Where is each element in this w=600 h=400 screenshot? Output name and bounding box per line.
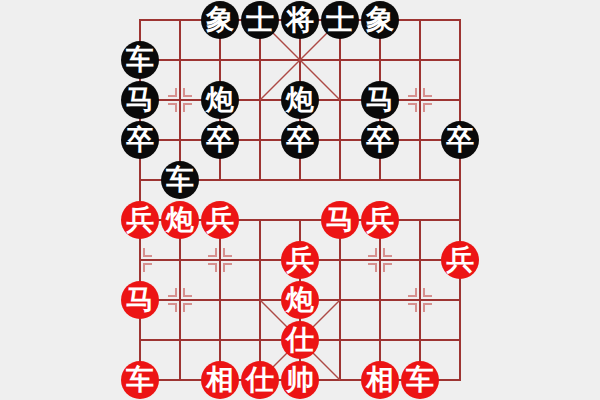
- piece-black-advisor[interactable]: 士: [321, 1, 359, 39]
- piece-red-elephant[interactable]: 相: [361, 361, 399, 399]
- piece-black-advisor[interactable]: 士: [241, 1, 279, 39]
- piece-red-soldier[interactable]: 兵: [121, 201, 159, 239]
- piece-black-general[interactable]: 将: [281, 1, 319, 39]
- piece-black-cannon[interactable]: 炮: [201, 81, 239, 119]
- piece-red-elephant[interactable]: 相: [201, 361, 239, 399]
- piece-red-horse[interactable]: 马: [321, 201, 359, 239]
- piece-red-cannon[interactable]: 炮: [161, 201, 199, 239]
- piece-red-cannon[interactable]: 炮: [281, 281, 319, 319]
- xiangqi-app: 象士将士象车马炮炮马卒卒卒卒卒车兵炮兵马兵兵兵马炮仕车相仕帅相车: [0, 0, 600, 400]
- piece-black-elephant[interactable]: 象: [361, 1, 399, 39]
- piece-black-soldier[interactable]: 卒: [201, 121, 239, 159]
- piece-red-general[interactable]: 帅: [281, 361, 319, 399]
- piece-black-horse[interactable]: 马: [121, 81, 159, 119]
- piece-black-chariot[interactable]: 车: [121, 41, 159, 79]
- piece-black-soldier[interactable]: 卒: [441, 121, 479, 159]
- piece-red-soldier[interactable]: 兵: [201, 201, 239, 239]
- piece-red-soldier[interactable]: 兵: [281, 241, 319, 279]
- piece-black-soldier[interactable]: 卒: [281, 121, 319, 159]
- piece-red-soldier[interactable]: 兵: [441, 241, 479, 279]
- piece-red-advisor[interactable]: 仕: [281, 321, 319, 359]
- piece-black-chariot[interactable]: 车: [161, 161, 199, 199]
- piece-black-soldier[interactable]: 卒: [361, 121, 399, 159]
- xiangqi-board[interactable]: 象士将士象车马炮炮马卒卒卒卒卒车兵炮兵马兵兵兵马炮仕车相仕帅相车: [0, 0, 600, 400]
- piece-red-soldier[interactable]: 兵: [361, 201, 399, 239]
- piece-red-chariot[interactable]: 车: [401, 361, 439, 399]
- piece-red-horse[interactable]: 马: [121, 281, 159, 319]
- piece-black-soldier[interactable]: 卒: [121, 121, 159, 159]
- piece-black-horse[interactable]: 马: [361, 81, 399, 119]
- piece-red-chariot[interactable]: 车: [121, 361, 159, 399]
- piece-black-cannon[interactable]: 炮: [281, 81, 319, 119]
- piece-red-advisor[interactable]: 仕: [241, 361, 279, 399]
- piece-black-elephant[interactable]: 象: [201, 1, 239, 39]
